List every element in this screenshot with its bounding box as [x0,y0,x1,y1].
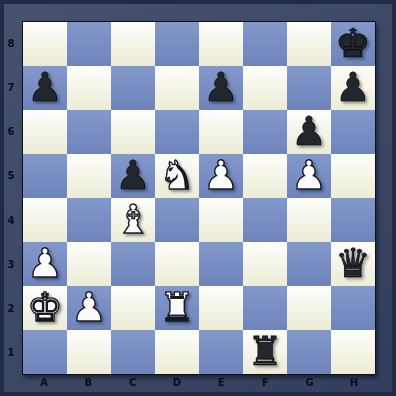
rank-label-6: 6 [0,110,22,154]
board-frame: 87654321 ♚♟︎♟︎♟︎♟︎♟︎♞♟︎♟︎♝♟︎♛♚♟︎♜♜ ABCDE… [0,0,396,396]
square-d7[interactable] [155,66,199,110]
square-h6[interactable] [331,110,375,154]
square-a1[interactable] [23,330,67,374]
file-label-f: F [243,374,287,391]
square-c6[interactable] [111,110,155,154]
square-g8[interactable] [287,22,331,66]
square-a8[interactable] [23,22,67,66]
square-b6[interactable] [67,110,111,154]
square-a2[interactable]: ♚ [23,286,67,330]
square-b4[interactable] [67,198,111,242]
piece-white-pawn[interactable]: ♟︎ [27,243,63,283]
square-h8[interactable]: ♚ [331,22,375,66]
square-h3[interactable]: ♛ [331,242,375,286]
square-d1[interactable] [155,330,199,374]
file-label-a: A [22,374,66,391]
square-g3[interactable] [287,242,331,286]
square-f5[interactable] [243,154,287,198]
piece-white-king[interactable]: ♚ [27,287,63,327]
file-label-h: H [332,374,376,391]
square-c2[interactable] [111,286,155,330]
rank-label-4: 4 [0,198,22,242]
rank-label-7: 7 [0,65,22,109]
piece-white-pawn[interactable]: ♟︎ [71,287,107,327]
piece-black-pawn[interactable]: ♟︎ [203,67,239,107]
square-h2[interactable] [331,286,375,330]
rank-label-2: 2 [0,287,22,331]
square-g2[interactable] [287,286,331,330]
piece-white-bishop[interactable]: ♝ [115,199,151,239]
square-e4[interactable] [199,198,243,242]
square-e7[interactable]: ♟︎ [199,66,243,110]
square-f8[interactable] [243,22,287,66]
square-d3[interactable] [155,242,199,286]
square-b2[interactable]: ♟︎ [67,286,111,330]
square-h4[interactable] [331,198,375,242]
rank-labels: 87654321 [0,21,22,375]
square-a5[interactable] [23,154,67,198]
rank-label-5: 5 [0,154,22,198]
piece-black-rook[interactable]: ♜ [247,331,283,371]
square-e6[interactable] [199,110,243,154]
square-e8[interactable] [199,22,243,66]
piece-black-king[interactable]: ♚ [335,23,371,63]
square-b7[interactable] [67,66,111,110]
square-c1[interactable] [111,330,155,374]
square-e1[interactable] [199,330,243,374]
file-labels: ABCDEFGH [22,374,376,391]
square-f2[interactable] [243,286,287,330]
square-d4[interactable] [155,198,199,242]
square-c4[interactable]: ♝ [111,198,155,242]
square-a7[interactable]: ♟︎ [23,66,67,110]
square-a3[interactable]: ♟︎ [23,242,67,286]
file-label-b: B [66,374,110,391]
square-c7[interactable] [111,66,155,110]
square-h7[interactable]: ♟︎ [331,66,375,110]
square-d6[interactable] [155,110,199,154]
square-c5[interactable]: ♟︎ [111,154,155,198]
rank-label-8: 8 [0,21,22,65]
square-d8[interactable] [155,22,199,66]
square-a6[interactable] [23,110,67,154]
square-b3[interactable] [67,242,111,286]
square-a4[interactable] [23,198,67,242]
piece-black-pawn[interactable]: ♟︎ [335,67,371,107]
file-label-d: D [155,374,199,391]
square-f7[interactable] [243,66,287,110]
square-e5[interactable]: ♟︎ [199,154,243,198]
square-g6[interactable]: ♟︎ [287,110,331,154]
square-g4[interactable] [287,198,331,242]
square-f1[interactable]: ♜ [243,330,287,374]
file-label-g: G [288,374,332,391]
square-g5[interactable]: ♟︎ [287,154,331,198]
piece-black-pawn[interactable]: ♟︎ [291,111,327,151]
square-b5[interactable] [67,154,111,198]
square-b8[interactable] [67,22,111,66]
square-d5[interactable]: ♞ [155,154,199,198]
square-c8[interactable] [111,22,155,66]
square-h5[interactable] [331,154,375,198]
square-d2[interactable]: ♜ [155,286,199,330]
square-g7[interactable] [287,66,331,110]
piece-black-pawn[interactable]: ♟︎ [115,155,151,195]
square-h1[interactable] [331,330,375,374]
piece-white-knight[interactable]: ♞ [159,155,195,195]
rank-label-1: 1 [0,331,22,375]
piece-black-pawn[interactable]: ♟︎ [27,67,63,107]
piece-white-rook[interactable]: ♜ [159,287,195,327]
rank-label-3: 3 [0,242,22,286]
square-g1[interactable] [287,330,331,374]
piece-white-pawn[interactable]: ♟︎ [291,155,327,195]
square-f4[interactable] [243,198,287,242]
file-label-c: C [111,374,155,391]
file-label-e: E [199,374,243,391]
square-e2[interactable] [199,286,243,330]
chess-board: ♚♟︎♟︎♟︎♟︎♟︎♞♟︎♟︎♝♟︎♛♚♟︎♜♜ [22,21,376,375]
square-f3[interactable] [243,242,287,286]
piece-black-queen[interactable]: ♛ [335,243,371,283]
square-f6[interactable] [243,110,287,154]
square-e3[interactable] [199,242,243,286]
square-c3[interactable] [111,242,155,286]
piece-white-pawn[interactable]: ♟︎ [203,155,239,195]
square-b1[interactable] [67,330,111,374]
